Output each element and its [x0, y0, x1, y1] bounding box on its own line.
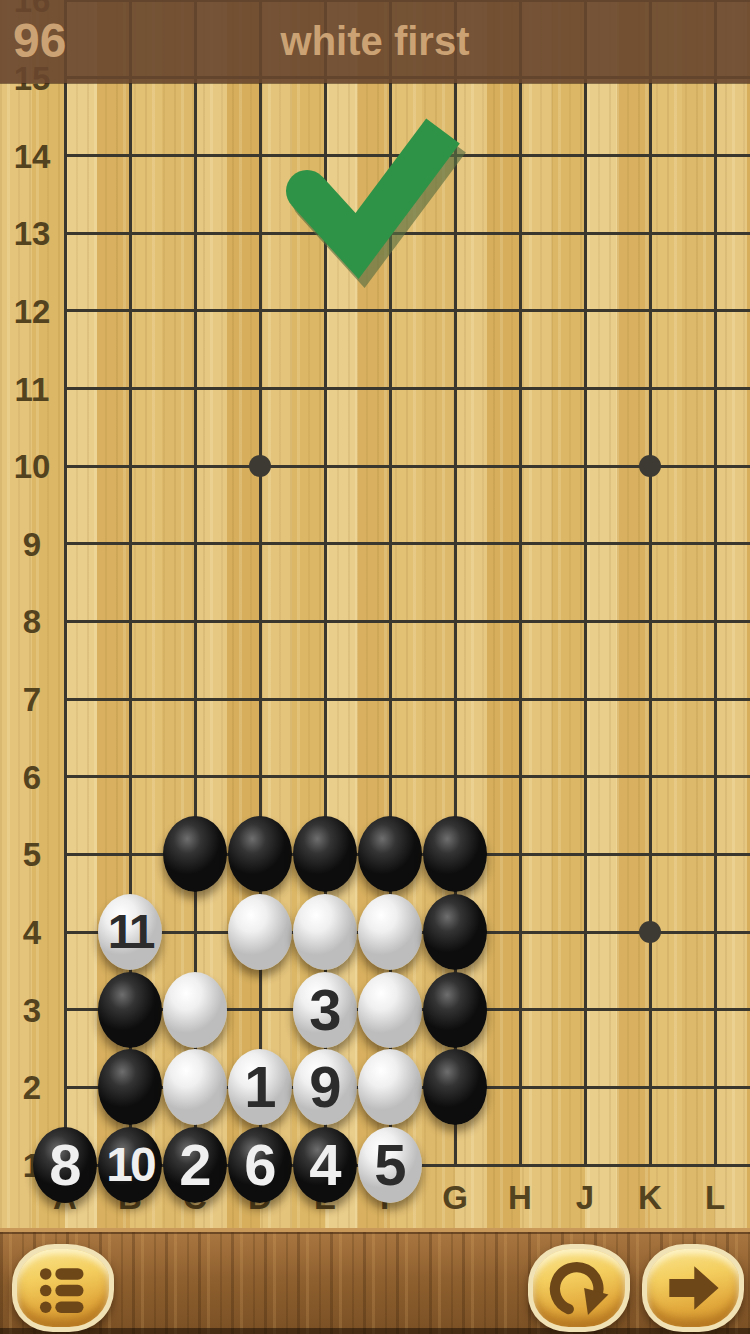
list-icon — [31, 1256, 95, 1320]
grid-line-col-J — [584, 0, 587, 1167]
grid-line-row-7 — [64, 698, 750, 701]
row-label-5: 5 — [2, 838, 62, 871]
stone-C1: 2 — [163, 1127, 227, 1203]
col-label-L: L — [695, 1181, 735, 1214]
row-label-2: 2 — [2, 1071, 62, 1104]
next-button[interactable] — [642, 1244, 744, 1332]
stone-F2 — [358, 1049, 422, 1125]
page-title: white first — [0, 18, 750, 63]
move-number: 5 — [374, 1136, 405, 1194]
move-number: 11 — [108, 908, 153, 956]
stone-A1: 8 — [33, 1127, 97, 1203]
stone-D1: 6 — [228, 1127, 292, 1203]
grid-line-row-12 — [64, 309, 750, 312]
stone-D4 — [228, 894, 292, 970]
col-label-J: J — [565, 1181, 605, 1214]
stone-B4: 11 — [98, 894, 162, 970]
stone-G2 — [423, 1049, 487, 1125]
col-label-H: H — [500, 1181, 540, 1214]
move-number: 2 — [179, 1136, 210, 1194]
stone-G4 — [423, 894, 487, 970]
stone-F1: 5 — [358, 1127, 422, 1203]
grid-line-col-A — [64, 0, 67, 1167]
star-point-K4 — [639, 921, 661, 943]
stone-F5 — [358, 816, 422, 892]
stone-G5 — [423, 816, 487, 892]
stone-E2: 9 — [293, 1049, 357, 1125]
stone-E1: 4 — [293, 1127, 357, 1203]
row-label-12: 12 — [2, 295, 62, 328]
row-label-10: 10 — [2, 450, 62, 483]
go-board[interactable]: 16151413121110987654321ABCDEFGHJKL113198… — [0, 0, 750, 1334]
next-arrow-icon — [661, 1256, 725, 1320]
stone-E3: 3 — [293, 972, 357, 1048]
stone-C2 — [163, 1049, 227, 1125]
grid-line-row-11 — [64, 387, 750, 390]
stone-D2: 1 — [228, 1049, 292, 1125]
row-label-9: 9 — [2, 528, 62, 561]
stone-E5 — [293, 816, 357, 892]
move-number: 6 — [244, 1136, 275, 1194]
star-point-D10 — [249, 455, 271, 477]
grid-line-row-8 — [64, 620, 750, 623]
row-label-6: 6 — [2, 761, 62, 794]
move-number: 10 — [106, 1141, 153, 1189]
stone-F3 — [358, 972, 422, 1048]
stone-C5 — [163, 816, 227, 892]
stone-B2 — [98, 1049, 162, 1125]
row-label-13: 13 — [2, 217, 62, 250]
retry-button[interactable] — [528, 1244, 630, 1332]
row-label-3: 3 — [2, 994, 62, 1027]
move-number: 3 — [309, 981, 340, 1039]
move-number: 4 — [309, 1136, 340, 1194]
move-number: 8 — [49, 1136, 80, 1194]
grid-line-row-9 — [64, 542, 750, 545]
grid-line-row-14 — [64, 154, 750, 157]
row-label-14: 14 — [2, 140, 62, 173]
app-screen: 16151413121110987654321ABCDEFGHJKL113198… — [0, 0, 750, 1334]
grid-line-col-D — [259, 0, 262, 1167]
star-point-K10 — [639, 455, 661, 477]
stone-C3 — [163, 972, 227, 1048]
top-bar: 96 white first — [0, 0, 750, 83]
stone-D5 — [228, 816, 292, 892]
grid-line-col-L — [714, 0, 717, 1167]
move-number: 9 — [309, 1058, 340, 1116]
problem-list-button[interactable] — [12, 1244, 114, 1332]
grid-line-row-13 — [64, 232, 750, 235]
stone-B3 — [98, 972, 162, 1048]
stone-F4 — [358, 894, 422, 970]
stone-G3 — [423, 972, 487, 1048]
row-label-8: 8 — [2, 605, 62, 638]
col-label-K: K — [630, 1181, 670, 1214]
stone-B1: 10 — [98, 1127, 162, 1203]
stone-E4 — [293, 894, 357, 970]
grid-line-col-K — [649, 0, 652, 1167]
row-label-4: 4 — [2, 916, 62, 949]
col-label-G: G — [435, 1181, 475, 1214]
move-number: 1 — [244, 1058, 275, 1116]
retry-circular-arrow-icon — [547, 1256, 611, 1320]
row-label-11: 11 — [2, 373, 62, 406]
row-label-7: 7 — [2, 683, 62, 716]
grid-line-row-6 — [64, 775, 750, 778]
bottom-toolbar — [0, 1228, 750, 1334]
grid-line-col-H — [519, 0, 522, 1167]
